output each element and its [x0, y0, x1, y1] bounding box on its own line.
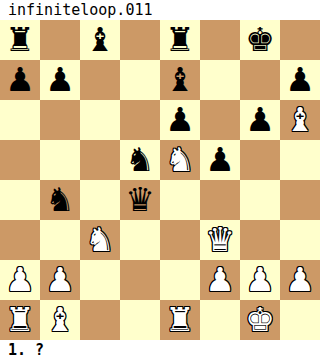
black-pawn: ♟ [285, 60, 315, 100]
square-h4[interactable] [280, 180, 320, 220]
square-d5[interactable]: ♞ [120, 140, 160, 180]
square-e3[interactable] [160, 220, 200, 260]
chess-app-window: infiniteloop.011 ♜♝♜♚♟♟♝♟♟♟♝♞♞♟♞♛♞♛♟♟♟♟♟… [0, 0, 320, 360]
square-e8[interactable]: ♜ [160, 20, 200, 60]
square-b2[interactable]: ♟ [40, 260, 80, 300]
square-g7[interactable] [240, 60, 280, 100]
black-pawn: ♟ [245, 100, 275, 140]
black-king: ♚ [245, 20, 275, 60]
square-g2[interactable]: ♟ [240, 260, 280, 300]
titlebar: infiniteloop.011 [0, 0, 320, 20]
square-d4[interactable]: ♛ [120, 180, 160, 220]
square-e5[interactable]: ♞ [160, 140, 200, 180]
black-pawn: ♟ [165, 100, 195, 140]
square-a3[interactable] [0, 220, 40, 260]
square-d7[interactable] [120, 60, 160, 100]
square-f4[interactable] [200, 180, 240, 220]
square-g1[interactable]: ♚ [240, 300, 280, 340]
square-b8[interactable] [40, 20, 80, 60]
white-king: ♚ [245, 300, 275, 340]
square-b6[interactable] [40, 100, 80, 140]
square-c5[interactable] [80, 140, 120, 180]
black-bishop: ♝ [85, 20, 115, 60]
square-c8[interactable]: ♝ [80, 20, 120, 60]
square-h6[interactable]: ♝ [280, 100, 320, 140]
square-d3[interactable] [120, 220, 160, 260]
square-f2[interactable]: ♟ [200, 260, 240, 300]
square-g4[interactable] [240, 180, 280, 220]
black-pawn: ♟ [205, 140, 235, 180]
white-bishop: ♝ [285, 100, 315, 140]
square-h3[interactable] [280, 220, 320, 260]
square-a1[interactable]: ♜ [0, 300, 40, 340]
square-f3[interactable]: ♛ [200, 220, 240, 260]
square-e4[interactable] [160, 180, 200, 220]
square-e6[interactable]: ♟ [160, 100, 200, 140]
black-bishop: ♝ [165, 60, 195, 100]
white-knight: ♞ [165, 140, 195, 180]
white-bishop: ♝ [45, 300, 75, 340]
black-rook: ♜ [5, 20, 35, 60]
square-e2[interactable] [160, 260, 200, 300]
white-pawn: ♟ [245, 260, 275, 300]
square-c4[interactable] [80, 180, 120, 220]
square-b4[interactable]: ♞ [40, 180, 80, 220]
square-g8[interactable]: ♚ [240, 20, 280, 60]
black-pawn: ♟ [5, 60, 35, 100]
black-pawn: ♟ [45, 60, 75, 100]
square-a6[interactable] [0, 100, 40, 140]
white-knight: ♞ [85, 220, 115, 260]
square-d8[interactable] [120, 20, 160, 60]
square-b3[interactable] [40, 220, 80, 260]
square-e1[interactable]: ♜ [160, 300, 200, 340]
puzzle-title: infiniteloop.011 [8, 1, 153, 19]
square-a8[interactable]: ♜ [0, 20, 40, 60]
white-rook: ♜ [165, 300, 195, 340]
square-b5[interactable] [40, 140, 80, 180]
black-knight: ♞ [45, 180, 75, 220]
white-pawn: ♟ [285, 260, 315, 300]
square-h7[interactable]: ♟ [280, 60, 320, 100]
white-pawn: ♟ [5, 260, 35, 300]
square-c3[interactable]: ♞ [80, 220, 120, 260]
square-d2[interactable] [120, 260, 160, 300]
chess-board: ♜♝♜♚♟♟♝♟♟♟♝♞♞♟♞♛♞♛♟♟♟♟♟♜♝♜♚ [0, 20, 320, 340]
square-c7[interactable] [80, 60, 120, 100]
black-queen: ♛ [125, 180, 155, 220]
square-a5[interactable] [0, 140, 40, 180]
square-g6[interactable]: ♟ [240, 100, 280, 140]
square-e7[interactable]: ♝ [160, 60, 200, 100]
square-d6[interactable] [120, 100, 160, 140]
square-f6[interactable] [200, 100, 240, 140]
black-knight: ♞ [125, 140, 155, 180]
square-h5[interactable] [280, 140, 320, 180]
move-prompt: 1. ? [8, 341, 44, 359]
statusbar: 1. ? [0, 340, 320, 360]
square-c6[interactable] [80, 100, 120, 140]
white-queen: ♛ [205, 220, 235, 260]
square-h2[interactable]: ♟ [280, 260, 320, 300]
white-rook: ♜ [5, 300, 35, 340]
square-a4[interactable] [0, 180, 40, 220]
square-h1[interactable] [280, 300, 320, 340]
square-a7[interactable]: ♟ [0, 60, 40, 100]
square-a2[interactable]: ♟ [0, 260, 40, 300]
square-d1[interactable] [120, 300, 160, 340]
square-b7[interactable]: ♟ [40, 60, 80, 100]
square-c1[interactable] [80, 300, 120, 340]
square-g5[interactable] [240, 140, 280, 180]
square-f1[interactable] [200, 300, 240, 340]
square-f7[interactable] [200, 60, 240, 100]
black-rook: ♜ [165, 20, 195, 60]
white-pawn: ♟ [205, 260, 235, 300]
white-pawn: ♟ [45, 260, 75, 300]
square-c2[interactable] [80, 260, 120, 300]
square-g3[interactable] [240, 220, 280, 260]
square-f8[interactable] [200, 20, 240, 60]
square-f5[interactable]: ♟ [200, 140, 240, 180]
square-b1[interactable]: ♝ [40, 300, 80, 340]
square-h8[interactable] [280, 20, 320, 60]
